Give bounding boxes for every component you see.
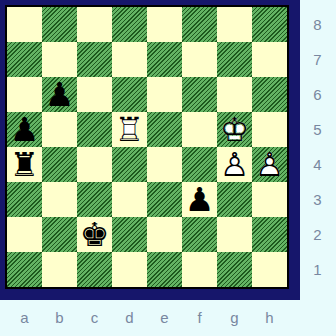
- square-a3[interactable]: [7, 182, 42, 217]
- square-e8[interactable]: [147, 7, 182, 42]
- square-a6[interactable]: [7, 77, 42, 112]
- piece-black-pawn-a5[interactable]: ♟: [7, 112, 42, 147]
- square-a8[interactable]: [7, 7, 42, 42]
- square-f4[interactable]: [182, 147, 217, 182]
- square-b2[interactable]: [42, 217, 77, 252]
- rank-label-3: 3: [299, 182, 336, 217]
- square-h2[interactable]: [252, 217, 287, 252]
- rank-label-1: 1: [299, 252, 336, 287]
- square-b8[interactable]: [42, 7, 77, 42]
- square-e6[interactable]: [147, 77, 182, 112]
- square-g5[interactable]: ♚♔: [217, 112, 252, 147]
- square-g8[interactable]: [217, 7, 252, 42]
- black-king-icon: ♚: [77, 217, 112, 252]
- square-e7[interactable]: [147, 42, 182, 77]
- board-frame: ♟♟♜♖♚♔♜♟♙♟♙♟♚: [0, 0, 300, 300]
- square-c3[interactable]: [77, 182, 112, 217]
- square-f1[interactable]: [182, 252, 217, 287]
- white-king-outline-icon: ♔: [217, 112, 252, 147]
- piece-white-pawn-h4[interactable]: ♟♙: [252, 147, 287, 182]
- rank-label-7: 7: [299, 42, 336, 77]
- square-a5[interactable]: ♟: [7, 112, 42, 147]
- square-c7[interactable]: [77, 42, 112, 77]
- black-pawn-icon: ♟: [7, 112, 42, 147]
- square-c2[interactable]: ♚: [77, 217, 112, 252]
- square-h8[interactable]: [252, 7, 287, 42]
- black-rook-icon: ♜: [7, 147, 42, 182]
- black-pawn-icon: ♟: [42, 77, 77, 112]
- square-h6[interactable]: [252, 77, 287, 112]
- square-b6[interactable]: ♟: [42, 77, 77, 112]
- piece-white-king-g5[interactable]: ♚♔: [217, 112, 252, 147]
- square-d3[interactable]: [112, 182, 147, 217]
- piece-black-pawn-f3[interactable]: ♟: [182, 182, 217, 217]
- chess-diagram: ♟♟♜♖♚♔♜♟♙♟♙♟♚ 87654321 abcdefgh: [0, 0, 336, 336]
- square-c6[interactable]: [77, 77, 112, 112]
- file-label-d: d: [112, 299, 147, 336]
- square-e4[interactable]: [147, 147, 182, 182]
- white-pawn-outline-icon: ♙: [252, 147, 287, 182]
- piece-black-king-c2[interactable]: ♚: [77, 217, 112, 252]
- square-f2[interactable]: [182, 217, 217, 252]
- piece-white-pawn-g4[interactable]: ♟♙: [217, 147, 252, 182]
- square-e5[interactable]: [147, 112, 182, 147]
- square-c8[interactable]: [77, 7, 112, 42]
- square-g6[interactable]: [217, 77, 252, 112]
- rank-label-8: 8: [299, 7, 336, 42]
- piece-black-rook-a4[interactable]: ♜: [7, 147, 42, 182]
- rank-label-2: 2: [299, 217, 336, 252]
- square-d2[interactable]: [112, 217, 147, 252]
- square-h3[interactable]: [252, 182, 287, 217]
- square-c4[interactable]: [77, 147, 112, 182]
- square-b4[interactable]: [42, 147, 77, 182]
- square-h4[interactable]: ♟♙: [252, 147, 287, 182]
- square-d4[interactable]: [112, 147, 147, 182]
- square-c1[interactable]: [77, 252, 112, 287]
- square-b5[interactable]: [42, 112, 77, 147]
- file-label-a: a: [7, 299, 42, 336]
- square-d7[interactable]: [112, 42, 147, 77]
- square-f7[interactable]: [182, 42, 217, 77]
- rank-labels: 87654321: [299, 7, 336, 287]
- rank-label-5: 5: [299, 112, 336, 147]
- square-b3[interactable]: [42, 182, 77, 217]
- square-g4[interactable]: ♟♙: [217, 147, 252, 182]
- rank-label-6: 6: [299, 77, 336, 112]
- square-g7[interactable]: [217, 42, 252, 77]
- square-g2[interactable]: [217, 217, 252, 252]
- piece-black-pawn-b6[interactable]: ♟: [42, 77, 77, 112]
- square-a4[interactable]: ♜: [7, 147, 42, 182]
- white-rook-outline-icon: ♖: [112, 112, 147, 147]
- square-a2[interactable]: [7, 217, 42, 252]
- square-h7[interactable]: [252, 42, 287, 77]
- square-d5[interactable]: ♜♖: [112, 112, 147, 147]
- square-f3[interactable]: ♟: [182, 182, 217, 217]
- square-d6[interactable]: [112, 77, 147, 112]
- square-c5[interactable]: [77, 112, 112, 147]
- square-f8[interactable]: [182, 7, 217, 42]
- black-pawn-icon: ♟: [182, 182, 217, 217]
- square-e2[interactable]: [147, 217, 182, 252]
- file-label-g: g: [217, 299, 252, 336]
- board: ♟♟♜♖♚♔♜♟♙♟♙♟♚: [5, 5, 289, 289]
- square-g1[interactable]: [217, 252, 252, 287]
- file-label-f: f: [182, 299, 217, 336]
- square-h1[interactable]: [252, 252, 287, 287]
- square-b1[interactable]: [42, 252, 77, 287]
- file-label-e: e: [147, 299, 182, 336]
- square-e1[interactable]: [147, 252, 182, 287]
- square-a7[interactable]: [7, 42, 42, 77]
- square-b7[interactable]: [42, 42, 77, 77]
- square-g3[interactable]: [217, 182, 252, 217]
- square-d1[interactable]: [112, 252, 147, 287]
- white-pawn-outline-icon: ♙: [217, 147, 252, 182]
- square-f5[interactable]: [182, 112, 217, 147]
- square-e3[interactable]: [147, 182, 182, 217]
- rank-label-4: 4: [299, 147, 336, 182]
- file-label-c: c: [77, 299, 112, 336]
- square-f6[interactable]: [182, 77, 217, 112]
- file-label-b: b: [42, 299, 77, 336]
- square-a1[interactable]: [7, 252, 42, 287]
- square-h5[interactable]: [252, 112, 287, 147]
- square-d8[interactable]: [112, 7, 147, 42]
- file-label-h: h: [252, 299, 287, 336]
- piece-white-rook-d5[interactable]: ♜♖: [112, 112, 147, 147]
- file-labels: abcdefgh: [7, 299, 287, 336]
